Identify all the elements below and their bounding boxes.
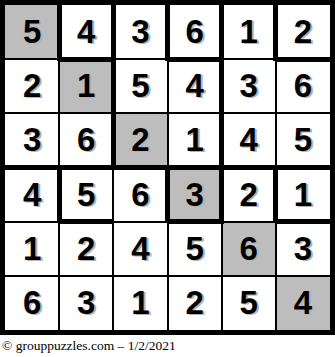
cell-r6c6: 4 bbox=[276, 276, 330, 330]
cell-r1c4: 6 bbox=[168, 5, 222, 59]
cell-r2c2: 1 bbox=[59, 59, 113, 113]
cell-r3c6: 5 bbox=[276, 113, 330, 167]
cell-r6c4: 2 bbox=[168, 276, 222, 330]
cell-r5c3: 4 bbox=[113, 222, 167, 276]
cell-r4c3: 6 bbox=[113, 168, 167, 222]
cell-r2c1: 2 bbox=[5, 59, 59, 113]
cell-r2c3: 5 bbox=[113, 59, 167, 113]
cell-r1c6: 2 bbox=[276, 5, 330, 59]
cell-r2c4: 4 bbox=[168, 59, 222, 113]
cell-r4c1: 4 bbox=[5, 168, 59, 222]
cell-r5c2: 2 bbox=[59, 222, 113, 276]
cell-r5c5: 6 bbox=[222, 222, 276, 276]
cell-r4c4: 3 bbox=[168, 168, 222, 222]
cell-r4c5: 2 bbox=[222, 168, 276, 222]
cell-r1c2: 4 bbox=[59, 5, 113, 59]
cell-r1c5: 1 bbox=[222, 5, 276, 59]
cell-r5c4: 5 bbox=[168, 222, 222, 276]
cell-r4c2: 5 bbox=[59, 168, 113, 222]
cell-r1c1: 5 bbox=[5, 5, 59, 59]
cell-r5c1: 1 bbox=[5, 222, 59, 276]
cell-r2c6: 6 bbox=[276, 59, 330, 113]
cell-r6c3: 1 bbox=[113, 276, 167, 330]
cell-r4c6: 1 bbox=[276, 168, 330, 222]
cell-r3c3: 2 bbox=[113, 113, 167, 167]
cell-r6c1: 6 bbox=[5, 276, 59, 330]
cell-r3c4: 1 bbox=[168, 113, 222, 167]
cell-r3c2: 6 bbox=[59, 113, 113, 167]
cell-r5c6: 3 bbox=[276, 222, 330, 276]
cell-r2c5: 3 bbox=[222, 59, 276, 113]
copyright-caption: © grouppuzzles.com – 1/2/2021 bbox=[2, 338, 176, 354]
cell-r6c5: 5 bbox=[222, 276, 276, 330]
sudoku-board: 543612215436362145456321124563631254 bbox=[0, 0, 335, 335]
cell-r3c5: 4 bbox=[222, 113, 276, 167]
cell-r6c2: 3 bbox=[59, 276, 113, 330]
cell-r3c1: 3 bbox=[5, 113, 59, 167]
cell-r1c3: 3 bbox=[113, 5, 167, 59]
